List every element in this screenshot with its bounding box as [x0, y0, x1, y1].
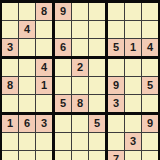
cell-r2c9[interactable] [142, 21, 158, 38]
cell-r5c1[interactable]: 8 [2, 77, 18, 94]
cell-r9c9[interactable] [142, 151, 158, 160]
cell-r6c2[interactable] [19, 95, 35, 112]
cell-r4c8[interactable] [125, 59, 141, 76]
cell-r4c2[interactable] [19, 59, 35, 76]
cell-r3c2[interactable] [19, 39, 35, 56]
cell-r3c8[interactable]: 1 [125, 39, 141, 56]
cell-r3c1[interactable]: 3 [2, 39, 18, 56]
cell-r7c9[interactable]: 9 [142, 115, 158, 132]
cell-r2c5[interactable] [72, 21, 88, 38]
cell-r6c1[interactable] [2, 95, 18, 112]
cell-r2c4[interactable] [55, 21, 71, 38]
cell-r5c7[interactable]: 9 [108, 77, 124, 94]
sudoku-board: 843965144812589531635937 [0, 0, 160, 160]
cell-r3c3[interactable] [36, 39, 52, 56]
cell-r7c8[interactable] [125, 115, 141, 132]
box-3: 514 [108, 3, 158, 56]
cell-r4c6[interactable] [89, 59, 105, 76]
cell-r6c5[interactable]: 8 [72, 95, 88, 112]
cell-r9c5[interactable] [72, 151, 88, 160]
box-5: 258 [55, 59, 105, 112]
cell-r3c7[interactable]: 5 [108, 39, 124, 56]
cell-r7c4[interactable] [55, 115, 71, 132]
cell-r9c1[interactable] [2, 151, 18, 160]
cell-r7c2[interactable]: 6 [19, 115, 35, 132]
cell-r2c1[interactable] [2, 21, 18, 38]
cell-r9c2[interactable] [19, 151, 35, 160]
cell-r6c3[interactable] [36, 95, 52, 112]
cell-r9c8[interactable] [125, 151, 141, 160]
cell-r5c4[interactable] [55, 77, 71, 94]
cell-r7c6[interactable]: 5 [89, 115, 105, 132]
cell-r4c3[interactable]: 4 [36, 59, 52, 76]
cell-r6c4[interactable]: 5 [55, 95, 71, 112]
cell-r2c3[interactable] [36, 21, 52, 38]
cell-r2c7[interactable] [108, 21, 124, 38]
cell-r1c3[interactable]: 8 [36, 3, 52, 20]
box-4: 481 [2, 59, 52, 112]
cell-r1c1[interactable] [2, 3, 18, 20]
cell-r6c8[interactable] [125, 95, 141, 112]
cell-r5c2[interactable] [19, 77, 35, 94]
cell-r3c6[interactable] [89, 39, 105, 56]
cell-r3c4[interactable]: 6 [55, 39, 71, 56]
cell-r5c9[interactable]: 5 [142, 77, 158, 94]
cell-r8c1[interactable] [2, 133, 18, 150]
box-8: 5 [55, 115, 105, 160]
box-1: 843 [2, 3, 52, 56]
box-9: 937 [108, 115, 158, 160]
cell-r9c6[interactable] [89, 151, 105, 160]
cell-r8c2[interactable] [19, 133, 35, 150]
cell-r9c3[interactable] [36, 151, 52, 160]
cell-r4c9[interactable] [142, 59, 158, 76]
cell-r2c8[interactable] [125, 21, 141, 38]
cell-r8c3[interactable] [36, 133, 52, 150]
cell-r8c4[interactable] [55, 133, 71, 150]
cell-r8c8[interactable]: 3 [125, 133, 141, 150]
cell-r7c1[interactable]: 1 [2, 115, 18, 132]
cell-r7c5[interactable] [72, 115, 88, 132]
cell-r4c5[interactable]: 2 [72, 59, 88, 76]
cell-r6c7[interactable]: 3 [108, 95, 124, 112]
cell-r1c4[interactable]: 9 [55, 3, 71, 20]
cell-r2c2[interactable]: 4 [19, 21, 35, 38]
cell-r8c6[interactable] [89, 133, 105, 150]
cell-r3c9[interactable]: 4 [142, 39, 158, 56]
cell-r8c5[interactable] [72, 133, 88, 150]
cell-r1c2[interactable] [19, 3, 35, 20]
cell-r3c5[interactable] [72, 39, 88, 56]
cell-r5c3[interactable]: 1 [36, 77, 52, 94]
cell-r8c7[interactable] [108, 133, 124, 150]
cell-r1c5[interactable] [72, 3, 88, 20]
cell-r1c7[interactable] [108, 3, 124, 20]
cell-r4c1[interactable] [2, 59, 18, 76]
cell-r1c6[interactable] [89, 3, 105, 20]
cell-r4c4[interactable] [55, 59, 71, 76]
cell-r8c9[interactable] [142, 133, 158, 150]
cell-r9c4[interactable] [55, 151, 71, 160]
cell-r5c5[interactable] [72, 77, 88, 94]
cell-r1c9[interactable] [142, 3, 158, 20]
cell-r7c3[interactable]: 3 [36, 115, 52, 132]
cell-r6c6[interactable] [89, 95, 105, 112]
cell-r9c7[interactable]: 7 [108, 151, 124, 160]
cell-r5c6[interactable] [89, 77, 105, 94]
cell-r7c7[interactable] [108, 115, 124, 132]
box-7: 163 [2, 115, 52, 160]
cell-r6c9[interactable] [142, 95, 158, 112]
cell-r4c7[interactable] [108, 59, 124, 76]
cell-r1c8[interactable] [125, 3, 141, 20]
cell-r2c6[interactable] [89, 21, 105, 38]
cell-r5c8[interactable] [125, 77, 141, 94]
box-2: 96 [55, 3, 105, 56]
box-6: 953 [108, 59, 158, 112]
